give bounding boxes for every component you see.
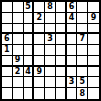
cell-r2c5[interactable] <box>45 13 56 24</box>
cell-r5c3[interactable] <box>24 45 35 56</box>
cell-r3c9[interactable] <box>88 24 99 35</box>
cell-r9c8: 8 <box>77 88 88 99</box>
cell-r2c9: 9 <box>88 13 99 24</box>
cell-r5c7[interactable] <box>67 45 78 56</box>
cell-r2c6[interactable] <box>56 13 67 24</box>
cell-r9c7[interactable] <box>67 88 78 99</box>
cell-r7c5[interactable] <box>45 67 56 78</box>
cell-r3c3[interactable] <box>24 24 35 35</box>
cell-r2c3[interactable] <box>24 13 35 24</box>
cell-r8c1[interactable] <box>2 77 13 88</box>
cell-r6c8[interactable] <box>77 56 88 67</box>
cell-r4c9[interactable] <box>88 34 99 45</box>
cell-r7c2: 2 <box>13 67 24 78</box>
cell-r5c2[interactable] <box>13 45 24 56</box>
cell-r3c6[interactable] <box>56 24 67 35</box>
cell-r6c6[interactable] <box>56 56 67 67</box>
cell-r7c7[interactable] <box>67 67 78 78</box>
cell-r6c5[interactable] <box>45 56 56 67</box>
cell-r5c5[interactable] <box>45 45 56 56</box>
cell-r7c9[interactable] <box>88 67 99 78</box>
cell-r5c9[interactable] <box>88 45 99 56</box>
sudoku-board: 58624963719249358 <box>0 0 101 101</box>
cell-r3c2[interactable] <box>13 24 24 35</box>
cell-r8c3[interactable] <box>24 77 35 88</box>
cell-r4c3[interactable] <box>24 34 35 45</box>
cell-r7c6[interactable] <box>56 67 67 78</box>
cell-r9c9[interactable] <box>88 88 99 99</box>
cell-r5c6[interactable] <box>56 45 67 56</box>
cell-r6c2: 9 <box>13 56 24 67</box>
cell-r6c9[interactable] <box>88 56 99 67</box>
cell-r2c4: 2 <box>34 13 45 24</box>
cell-r1c4[interactable] <box>34 2 45 13</box>
cell-r1c8[interactable] <box>77 2 88 13</box>
cell-r7c4: 9 <box>34 67 45 78</box>
cell-r7c8[interactable] <box>77 67 88 78</box>
cell-r2c7: 4 <box>67 13 78 24</box>
cell-r2c1[interactable] <box>2 13 13 24</box>
cell-r3c4[interactable] <box>34 24 45 35</box>
cell-r1c2[interactable] <box>13 2 24 13</box>
cell-r9c2[interactable] <box>13 88 24 99</box>
cell-r3c1[interactable] <box>2 24 13 35</box>
cell-r9c1[interactable] <box>2 88 13 99</box>
cell-r5c8[interactable] <box>77 45 88 56</box>
cell-r5c4[interactable] <box>34 45 45 56</box>
cell-r4c5: 3 <box>45 34 56 45</box>
cell-r4c2[interactable] <box>13 34 24 45</box>
cell-r1c5: 8 <box>45 2 56 13</box>
cell-r7c3: 4 <box>24 67 35 78</box>
cell-r2c2[interactable] <box>13 13 24 24</box>
cell-r1c6[interactable] <box>56 2 67 13</box>
cell-r3c8[interactable] <box>77 24 88 35</box>
cell-r4c4[interactable] <box>34 34 45 45</box>
cell-r7c1[interactable] <box>2 67 13 78</box>
cell-r8c8: 5 <box>77 77 88 88</box>
cell-r9c5[interactable] <box>45 88 56 99</box>
cell-r8c5[interactable] <box>45 77 56 88</box>
cell-r4c8: 7 <box>77 34 88 45</box>
cell-r9c3[interactable] <box>24 88 35 99</box>
cell-r8c7: 3 <box>67 77 78 88</box>
cell-r1c7: 6 <box>67 2 78 13</box>
cell-r6c1[interactable] <box>2 56 13 67</box>
cell-r9c4[interactable] <box>34 88 45 99</box>
cell-r6c7[interactable] <box>67 56 78 67</box>
cell-r8c4[interactable] <box>34 77 45 88</box>
cell-r2c8[interactable] <box>77 13 88 24</box>
cell-r4c1: 6 <box>2 34 13 45</box>
cell-r8c9[interactable] <box>88 77 99 88</box>
cell-r4c6[interactable] <box>56 34 67 45</box>
cell-r3c7[interactable] <box>67 24 78 35</box>
cell-r1c9[interactable] <box>88 2 99 13</box>
cell-r1c3: 5 <box>24 2 35 13</box>
cell-r3c5[interactable] <box>45 24 56 35</box>
cell-r1c1[interactable] <box>2 2 13 13</box>
cell-r8c6[interactable] <box>56 77 67 88</box>
cell-r6c3[interactable] <box>24 56 35 67</box>
cell-r4c7[interactable] <box>67 34 78 45</box>
cell-r6c4[interactable] <box>34 56 45 67</box>
cell-r5c1: 1 <box>2 45 13 56</box>
cell-r8c2[interactable] <box>13 77 24 88</box>
cell-r9c6[interactable] <box>56 88 67 99</box>
